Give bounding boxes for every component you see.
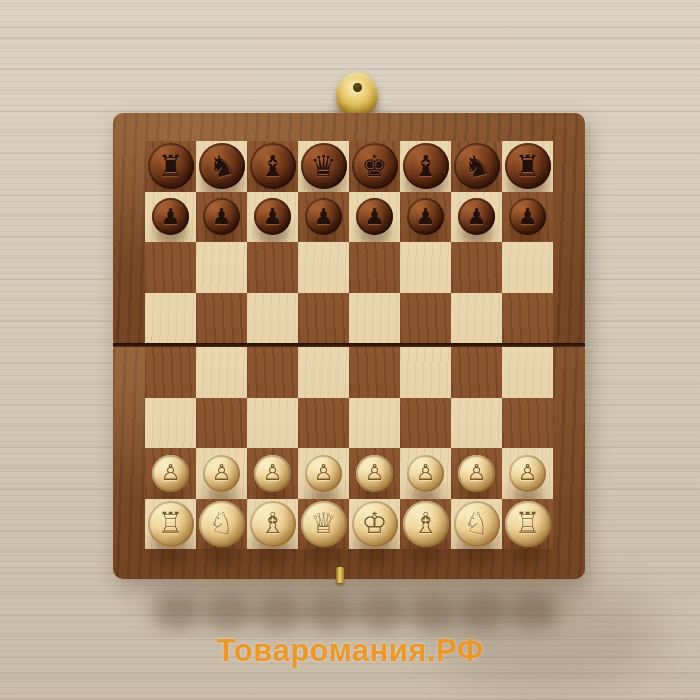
square-e6[interactable]	[349, 242, 400, 293]
piece-glyph: ♘	[206, 507, 237, 541]
square-b8[interactable]: ♞	[196, 141, 247, 192]
piece-black-pawn[interactable]: ♟	[152, 198, 189, 235]
square-h6[interactable]	[502, 242, 553, 293]
square-c7[interactable]: ♟	[247, 192, 298, 243]
square-a1[interactable]: ♖	[145, 499, 196, 550]
square-d1[interactable]: ♕	[298, 499, 349, 550]
piece-white-pawn[interactable]: ♙	[509, 455, 546, 492]
square-c3[interactable]	[247, 398, 298, 449]
floor-shadow	[407, 594, 457, 630]
piece-black-knight[interactable]: ♞	[199, 143, 245, 189]
piece-glyph: ♙	[416, 462, 436, 484]
board-grid-ranks-8-to-5: ♜♞♝♛♚♝♞♜♟♟♟♟♟♟♟♟	[145, 141, 553, 343]
piece-black-pawn[interactable]: ♟	[203, 198, 240, 235]
piece-glyph: ♙	[212, 462, 232, 484]
square-c4[interactable]	[247, 347, 298, 398]
square-f2[interactable]: ♙	[400, 448, 451, 499]
piece-black-rook[interactable]: ♜	[148, 143, 194, 189]
square-b1[interactable]: ♘	[196, 499, 247, 550]
floor-shadow	[305, 594, 355, 630]
square-h8[interactable]: ♜	[502, 141, 553, 192]
square-h7[interactable]: ♟	[502, 192, 553, 243]
piece-black-king[interactable]: ♚	[352, 143, 398, 189]
piece-white-knight[interactable]: ♘	[199, 501, 245, 547]
square-g6[interactable]	[451, 242, 502, 293]
square-f7[interactable]: ♟	[400, 192, 451, 243]
square-d7[interactable]: ♟	[298, 192, 349, 243]
square-a5[interactable]	[145, 293, 196, 344]
piece-glyph: ♝	[260, 152, 286, 181]
piece-glyph: ♝	[413, 152, 439, 181]
square-h3[interactable]	[502, 398, 553, 449]
square-b6[interactable]	[196, 242, 247, 293]
piece-white-pawn[interactable]: ♙	[356, 455, 393, 492]
piece-glyph: ♟	[314, 206, 334, 228]
piece-white-king[interactable]: ♔	[352, 501, 398, 547]
square-a4[interactable]	[145, 347, 196, 398]
square-b7[interactable]: ♟	[196, 192, 247, 243]
piece-glyph: ♙	[518, 462, 538, 484]
piece-white-rook[interactable]: ♖	[505, 501, 551, 547]
square-f8[interactable]: ♝	[400, 141, 451, 192]
square-c6[interactable]	[247, 242, 298, 293]
piece-black-pawn[interactable]: ♟	[509, 198, 546, 235]
piece-white-pawn[interactable]: ♙	[203, 455, 240, 492]
piece-glyph: ♟	[212, 206, 232, 228]
piece-black-knight[interactable]: ♞	[454, 143, 500, 189]
square-d2[interactable]: ♙	[298, 448, 349, 499]
scene: ♜♞♝♛♚♝♞♜♟♟♟♟♟♟♟♟ ♙♙♙♙♙♙♙♙♖♘♗♕♔♗♘♖ Товаро…	[0, 0, 700, 700]
piece-black-pawn[interactable]: ♟	[305, 198, 342, 235]
square-d3[interactable]	[298, 398, 349, 449]
square-h1[interactable]: ♖	[502, 499, 553, 550]
piece-black-queen[interactable]: ♛	[301, 143, 347, 189]
square-c1[interactable]: ♗	[247, 499, 298, 550]
square-g1[interactable]: ♘	[451, 499, 502, 550]
piece-glyph: ♟	[518, 206, 538, 228]
board-bottom-half: ♙♙♙♙♙♙♙♙♖♘♗♕♔♗♘♖	[113, 347, 585, 579]
piece-glyph: ♟	[263, 206, 283, 228]
piece-glyph: ♖	[158, 509, 184, 538]
piece-white-pawn[interactable]: ♙	[254, 455, 291, 492]
floor-shadow	[356, 594, 406, 630]
square-b4[interactable]	[196, 347, 247, 398]
piece-glyph: ♗	[260, 509, 286, 538]
piece-white-queen[interactable]: ♕	[301, 501, 347, 547]
floor-shadow	[509, 594, 559, 630]
square-c2[interactable]: ♙	[247, 448, 298, 499]
square-c5[interactable]	[247, 293, 298, 344]
square-b3[interactable]	[196, 398, 247, 449]
square-e1[interactable]: ♔	[349, 499, 400, 550]
square-f3[interactable]	[400, 398, 451, 449]
square-e4[interactable]	[349, 347, 400, 398]
square-d4[interactable]	[298, 347, 349, 398]
watermark: Товаромания.РФ	[0, 633, 700, 669]
piece-white-pawn[interactable]: ♙	[305, 455, 342, 492]
piece-glyph: ♗	[413, 509, 439, 538]
chess-board: ♜♞♝♛♚♝♞♜♟♟♟♟♟♟♟♟ ♙♙♙♙♙♙♙♙♖♘♗♕♔♗♘♖	[113, 113, 585, 579]
piece-glyph: ♙	[161, 462, 181, 484]
piece-black-pawn[interactable]: ♟	[254, 198, 291, 235]
piece-glyph: ♞	[205, 149, 237, 183]
piece-glyph: ♙	[467, 462, 487, 484]
square-f1[interactable]: ♗	[400, 499, 451, 550]
floor-plank-line	[0, 37, 700, 39]
piece-black-bishop[interactable]: ♝	[250, 143, 296, 189]
piece-glyph: ♔	[362, 509, 388, 538]
square-d8[interactable]: ♛	[298, 141, 349, 192]
piece-glyph: ♖	[515, 509, 541, 538]
floor-shadow	[152, 594, 202, 630]
piece-glyph: ♘	[461, 507, 492, 541]
square-e5[interactable]	[349, 293, 400, 344]
square-f5[interactable]	[400, 293, 451, 344]
clasp-hole-icon	[353, 83, 362, 92]
piece-white-rook[interactable]: ♖	[148, 501, 194, 547]
piece-glyph: ♜	[158, 152, 184, 181]
square-e2[interactable]: ♙	[349, 448, 400, 499]
piece-glyph: ♜	[515, 152, 541, 181]
square-f6[interactable]	[400, 242, 451, 293]
square-d6[interactable]	[298, 242, 349, 293]
piece-glyph: ♟	[416, 206, 436, 228]
square-b2[interactable]: ♙	[196, 448, 247, 499]
piece-glyph: ♙	[365, 462, 385, 484]
piece-black-bishop[interactable]: ♝	[403, 143, 449, 189]
piece-black-pawn[interactable]: ♟	[356, 198, 393, 235]
piece-glyph: ♙	[263, 462, 283, 484]
brass-hinge-pin	[336, 567, 344, 583]
piece-glyph: ♟	[365, 206, 385, 228]
piece-glyph: ♕	[311, 509, 337, 538]
square-a8[interactable]: ♜	[145, 141, 196, 192]
square-h5[interactable]	[502, 293, 553, 344]
piece-glyph: ♟	[467, 206, 487, 228]
square-a7[interactable]: ♟	[145, 192, 196, 243]
floor-plank-line	[0, 672, 700, 674]
brass-clasp	[336, 72, 378, 117]
square-g8[interactable]: ♞	[451, 141, 502, 192]
piece-glyph: ♚	[362, 152, 388, 181]
square-d5[interactable]	[298, 293, 349, 344]
board-top-half: ♜♞♝♛♚♝♞♜♟♟♟♟♟♟♟♟	[113, 113, 585, 343]
piece-glyph: ♛	[311, 152, 337, 181]
piece-glyph: ♞	[460, 149, 492, 183]
square-a3[interactable]	[145, 398, 196, 449]
square-a2[interactable]: ♙	[145, 448, 196, 499]
square-c8[interactable]: ♝	[247, 141, 298, 192]
square-a6[interactable]	[145, 242, 196, 293]
floor-shadow	[140, 578, 580, 624]
piece-glyph: ♙	[314, 462, 334, 484]
square-b5[interactable]	[196, 293, 247, 344]
square-f4[interactable]	[400, 347, 451, 398]
piece-white-bishop[interactable]: ♗	[250, 501, 296, 547]
square-e3[interactable]	[349, 398, 400, 449]
square-g4[interactable]	[451, 347, 502, 398]
piece-white-bishop[interactable]: ♗	[403, 501, 449, 547]
square-h2[interactable]: ♙	[502, 448, 553, 499]
square-g5[interactable]	[451, 293, 502, 344]
floor-shadow	[458, 594, 508, 630]
piece-white-pawn[interactable]: ♙	[152, 455, 189, 492]
piece-white-pawn[interactable]: ♙	[407, 455, 444, 492]
floor-shadow	[254, 594, 304, 630]
piece-glyph: ♟	[161, 206, 181, 228]
floor-shadow	[203, 594, 253, 630]
piece-black-rook[interactable]: ♜	[505, 143, 551, 189]
piece-black-pawn[interactable]: ♟	[407, 198, 444, 235]
piece-white-pawn[interactable]: ♙	[458, 455, 495, 492]
square-g3[interactable]	[451, 398, 502, 449]
square-h4[interactable]	[502, 347, 553, 398]
board-grid-ranks-4-to-1: ♙♙♙♙♙♙♙♙♖♘♗♕♔♗♘♖	[145, 347, 553, 549]
square-e7[interactable]: ♟	[349, 192, 400, 243]
square-g7[interactable]: ♟	[451, 192, 502, 243]
square-g2[interactable]: ♙	[451, 448, 502, 499]
piece-black-pawn[interactable]: ♟	[458, 198, 495, 235]
piece-white-knight[interactable]: ♘	[454, 501, 500, 547]
square-e8[interactable]: ♚	[349, 141, 400, 192]
